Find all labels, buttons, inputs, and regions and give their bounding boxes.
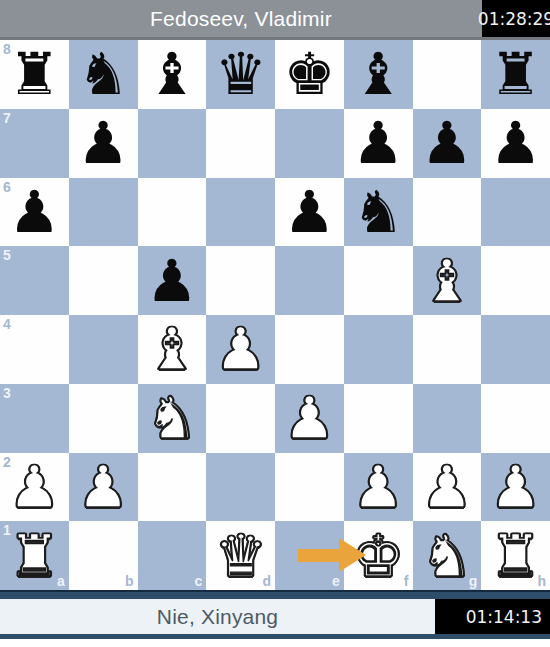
square-g1[interactable]: g♞ (413, 521, 482, 590)
square-b3[interactable] (69, 384, 138, 453)
piece-white-pawn: ♟ (8, 458, 60, 516)
piece-black-pawn: ♟ (77, 114, 129, 172)
rank-label-2: 2 (3, 455, 11, 469)
square-e4[interactable] (275, 315, 344, 384)
square-e5[interactable] (275, 246, 344, 315)
square-f3[interactable] (344, 384, 413, 453)
square-h4[interactable] (481, 315, 550, 384)
square-c1[interactable]: c (138, 521, 207, 590)
piece-white-knight: ♞ (146, 389, 198, 447)
square-c5[interactable]: ♟ (138, 246, 207, 315)
square-f5[interactable] (344, 246, 413, 315)
top-player-name: Fedoseev, Vladimir (0, 0, 482, 37)
rank-label-1: 1 (3, 523, 11, 537)
square-e3[interactable]: ♟ (275, 384, 344, 453)
square-h3[interactable] (481, 384, 550, 453)
square-f7[interactable]: ♟ (344, 109, 413, 178)
square-a7[interactable]: 7 (0, 109, 69, 178)
piece-black-bishop: ♝ (146, 45, 198, 103)
rank-label-5: 5 (3, 248, 11, 262)
chess-board[interactable]: 8♜♞♝♛♚♝♜7♟♟♟♟6♟♟♞5♟♝4♝♟3♞♟2♟♟♟♟♟1a♜bcd♛e… (0, 40, 550, 590)
square-h7[interactable]: ♟ (481, 109, 550, 178)
top-player-bar: Fedoseev, Vladimir 01:28:29 (0, 0, 550, 40)
square-f6[interactable]: ♞ (344, 178, 413, 247)
square-a5[interactable]: 5 (0, 246, 69, 315)
square-c6[interactable] (138, 178, 207, 247)
piece-white-pawn: ♟ (352, 458, 404, 516)
piece-black-king: ♚ (283, 45, 335, 103)
square-f4[interactable] (344, 315, 413, 384)
square-a8[interactable]: 8♜ (0, 40, 69, 109)
piece-black-pawn: ♟ (283, 183, 335, 241)
square-d1[interactable]: d♛ (206, 521, 275, 590)
square-h2[interactable]: ♟ (481, 453, 550, 522)
file-label-d: d (262, 574, 271, 588)
square-g3[interactable] (413, 384, 482, 453)
square-g4[interactable] (413, 315, 482, 384)
bottom-player-bar: Nie, Xinyang 01:14:13 (0, 599, 550, 639)
square-d7[interactable] (206, 109, 275, 178)
piece-white-knight: ♞ (421, 527, 473, 585)
square-h8[interactable]: ♜ (481, 40, 550, 109)
square-h5[interactable] (481, 246, 550, 315)
square-e6[interactable]: ♟ (275, 178, 344, 247)
square-f2[interactable]: ♟ (344, 453, 413, 522)
square-e7[interactable] (275, 109, 344, 178)
square-d3[interactable] (206, 384, 275, 453)
file-label-a: a (57, 574, 65, 588)
rank-label-4: 4 (3, 317, 11, 331)
square-a1[interactable]: 1a♜ (0, 521, 69, 590)
file-label-b: b (125, 574, 134, 588)
file-label-e: e (332, 574, 340, 588)
top-clock-time: 01:28:29 (478, 9, 550, 29)
square-c4[interactable]: ♝ (138, 315, 207, 384)
piece-white-pawn: ♟ (215, 320, 267, 378)
square-b5[interactable] (69, 246, 138, 315)
piece-white-rook: ♜ (490, 527, 542, 585)
file-label-c: c (194, 574, 202, 588)
square-e2[interactable] (275, 453, 344, 522)
square-c2[interactable] (138, 453, 207, 522)
board-bottom-strip (0, 590, 550, 599)
piece-black-rook: ♜ (8, 45, 60, 103)
square-g2[interactable]: ♟ (413, 453, 482, 522)
piece-black-knight: ♞ (77, 45, 129, 103)
square-b4[interactable] (69, 315, 138, 384)
square-d6[interactable] (206, 178, 275, 247)
piece-black-pawn: ♟ (352, 114, 404, 172)
piece-black-pawn: ♟ (490, 114, 542, 172)
rank-label-3: 3 (3, 386, 11, 400)
square-g8[interactable] (413, 40, 482, 109)
square-a3[interactable]: 3 (0, 384, 69, 453)
square-a2[interactable]: 2♟ (0, 453, 69, 522)
piece-black-queen: ♛ (215, 45, 267, 103)
piece-white-pawn: ♟ (77, 458, 129, 516)
square-d8[interactable]: ♛ (206, 40, 275, 109)
square-c7[interactable] (138, 109, 207, 178)
piece-white-pawn: ♟ (490, 458, 542, 516)
file-label-f: f (404, 574, 409, 588)
piece-white-pawn: ♟ (283, 389, 335, 447)
square-h1[interactable]: h♜ (481, 521, 550, 590)
bottom-player-clock: 01:14:13 (435, 599, 550, 634)
square-d4[interactable]: ♟ (206, 315, 275, 384)
square-a4[interactable]: 4 (0, 315, 69, 384)
piece-black-pawn: ♟ (146, 252, 198, 310)
top-player-clock: 01:28:29 (482, 0, 550, 37)
last-move-arrow-head (339, 538, 366, 572)
piece-black-bishop: ♝ (352, 45, 404, 103)
square-b7[interactable]: ♟ (69, 109, 138, 178)
square-c8[interactable]: ♝ (138, 40, 207, 109)
piece-white-bishop: ♝ (421, 252, 473, 310)
piece-black-pawn: ♟ (421, 114, 473, 172)
square-b6[interactable] (69, 178, 138, 247)
rank-label-6: 6 (3, 180, 11, 194)
square-g7[interactable]: ♟ (413, 109, 482, 178)
square-d2[interactable] (206, 453, 275, 522)
last-move-arrow-shaft (298, 549, 339, 562)
piece-black-rook: ♜ (490, 45, 542, 103)
piece-white-queen: ♛ (215, 527, 267, 585)
bottom-player-name: Nie, Xinyang (0, 599, 435, 634)
piece-white-pawn: ♟ (421, 458, 473, 516)
piece-white-bishop: ♝ (146, 320, 198, 378)
rank-label-7: 7 (3, 111, 11, 125)
bottom-clock-time: 01:14:13 (466, 607, 542, 627)
piece-white-rook: ♜ (8, 527, 60, 585)
piece-black-pawn: ♟ (8, 183, 60, 241)
square-g6[interactable] (413, 178, 482, 247)
square-a6[interactable]: 6♟ (0, 178, 69, 247)
square-e8[interactable]: ♚ (275, 40, 344, 109)
square-b1[interactable]: b (69, 521, 138, 590)
file-label-h: h (537, 574, 546, 588)
square-b8[interactable]: ♞ (69, 40, 138, 109)
piece-black-knight: ♞ (352, 183, 404, 241)
file-label-g: g (469, 574, 478, 588)
square-b2[interactable]: ♟ (69, 453, 138, 522)
square-h6[interactable] (481, 178, 550, 247)
square-c3[interactable]: ♞ (138, 384, 207, 453)
square-g5[interactable]: ♝ (413, 246, 482, 315)
square-d5[interactable] (206, 246, 275, 315)
square-f8[interactable]: ♝ (344, 40, 413, 109)
rank-label-8: 8 (3, 42, 11, 56)
